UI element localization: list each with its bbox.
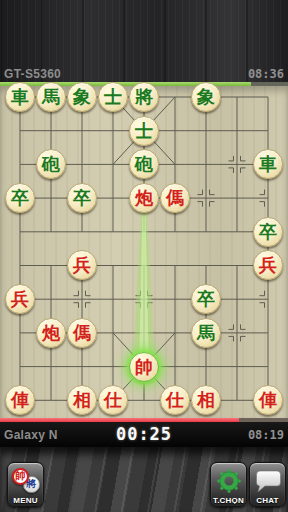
piece-black-馬-6-7[interactable]: 馬	[191, 318, 221, 348]
options-button-label: T.CHỌN	[213, 496, 244, 505]
chat-button[interactable]: CHAT	[249, 462, 286, 507]
piece-red-仕-5-9[interactable]: 仕	[160, 385, 190, 415]
piece-black-卒-2-3[interactable]: 卒	[67, 183, 97, 213]
menu-button[interactable]: 帥 將 MENU	[7, 462, 44, 507]
piece-black-象-6-0[interactable]: 象	[191, 82, 221, 112]
top-wall: GT-S5360 08:36	[0, 0, 288, 82]
piece-black-象-2-0[interactable]: 象	[67, 82, 97, 112]
piece-red-傌-2-7[interactable]: 傌	[67, 318, 97, 348]
piece-red-傌-5-3[interactable]: 傌	[160, 183, 190, 213]
piece-red-相-6-9[interactable]: 相	[191, 385, 221, 415]
opponent-status-line: GT-S5360 08:36	[0, 67, 288, 81]
board[interactable]: 車馬象士將象士砲砲車卒卒炮傌卒兵兵兵卒炮傌馬帥俥相仕仕相俥	[0, 86, 288, 418]
floor: 帥 將 MENU	[0, 447, 288, 512]
options-button[interactable]: T.CHỌN	[210, 462, 247, 507]
piece-red-相-2-9[interactable]: 相	[67, 385, 97, 415]
piece-black-車-0-0[interactable]: 車	[5, 82, 35, 112]
chat-bubble-icon	[254, 468, 282, 494]
menu-icon-red-piece: 帥	[12, 468, 29, 485]
piece-black-士-3-0[interactable]: 士	[98, 82, 128, 112]
piece-black-砲-1-2[interactable]: 砲	[36, 149, 66, 179]
piece-grid: 車馬象士將象士砲砲車卒卒炮傌卒兵兵兵卒炮傌馬帥俥相仕仕相俥	[5, 80, 284, 417]
piece-red-炮-1-7[interactable]: 炮	[36, 318, 66, 348]
player-clock: 08:19	[248, 428, 284, 442]
piece-red-炮-4-3[interactable]: 炮	[129, 183, 159, 213]
piece-red-帥-4-8[interactable]: 帥	[129, 352, 159, 382]
player-status-bar: Galaxy N 00:25 08:19	[0, 422, 288, 447]
piece-red-兵-8-5[interactable]: 兵	[253, 250, 283, 280]
piece-black-砲-4-2[interactable]: 砲	[129, 149, 159, 179]
menu-button-label: MENU	[13, 496, 37, 505]
piece-black-卒-0-3[interactable]: 卒	[5, 183, 35, 213]
gear-icon	[216, 468, 242, 494]
player-device-label: Galaxy N	[4, 428, 58, 442]
app-screen: GT-S5360 08:36 車馬象士將象士砲砲車卒卒炮傌卒兵兵兵卒炮傌馬帥俥相…	[0, 0, 288, 512]
piece-black-馬-1-0[interactable]: 馬	[36, 82, 66, 112]
opponent-clock: 08:36	[248, 67, 284, 81]
opponent-device-label: GT-S5360	[4, 67, 61, 81]
piece-black-士-4-1[interactable]: 士	[129, 116, 159, 146]
piece-black-車-8-2[interactable]: 車	[253, 149, 283, 179]
piece-black-卒-8-4[interactable]: 卒	[253, 217, 283, 247]
chat-button-label: CHAT	[256, 496, 278, 505]
piece-red-俥-8-9[interactable]: 俥	[253, 385, 283, 415]
piece-red-兵-0-6[interactable]: 兵	[5, 284, 35, 314]
piece-red-兵-2-5[interactable]: 兵	[67, 250, 97, 280]
piece-black-卒-6-6[interactable]: 卒	[191, 284, 221, 314]
xiangqi-pieces-icon: 帥 將	[10, 466, 42, 496]
move-timer: 00:25	[116, 424, 172, 444]
piece-red-俥-0-9[interactable]: 俥	[5, 385, 35, 415]
piece-red-仕-3-9[interactable]: 仕	[98, 385, 128, 415]
piece-black-將-4-0[interactable]: 將	[129, 82, 159, 112]
